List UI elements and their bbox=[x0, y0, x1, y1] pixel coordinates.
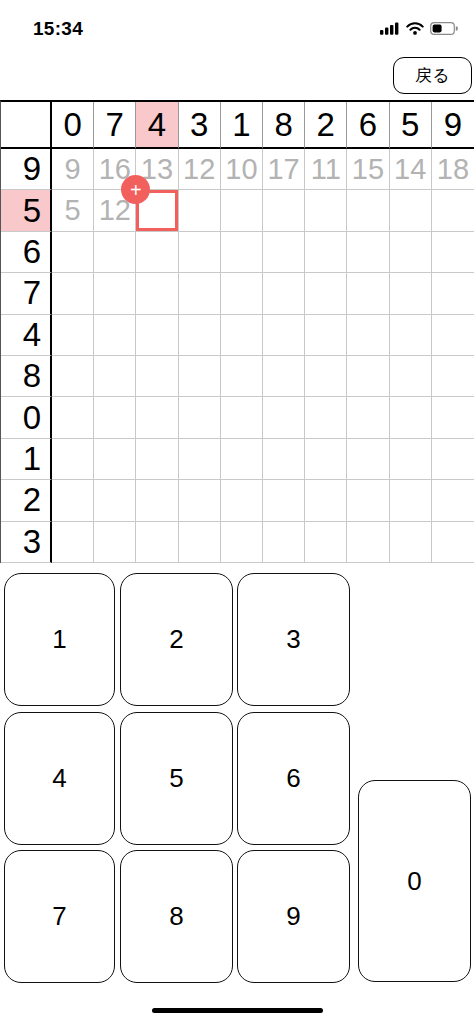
answer-cell-r4-c1[interactable] bbox=[221, 315, 263, 356]
keypad-label: 7 bbox=[52, 901, 66, 932]
answer-cell-r4-c6[interactable] bbox=[347, 315, 389, 356]
answer-cell-r3-c3[interactable] bbox=[179, 522, 221, 563]
row-header-6: 6 bbox=[1, 232, 52, 273]
answer-cell-r1-c8[interactable] bbox=[263, 439, 305, 480]
answer-cell-r3-c9[interactable] bbox=[432, 522, 474, 563]
answer-cell-r8-c9[interactable] bbox=[432, 356, 474, 397]
answer-cell-r2-c9[interactable] bbox=[432, 480, 474, 521]
keypad-button-7[interactable]: 7 bbox=[4, 850, 115, 983]
answer-cell-r0-c2[interactable] bbox=[305, 397, 347, 438]
answer-cell-r6-c6[interactable] bbox=[347, 232, 389, 273]
back-button-label: 戻る bbox=[415, 64, 449, 87]
answer-cell-r6-c3[interactable] bbox=[179, 232, 221, 273]
clock-text: 15:34 bbox=[33, 18, 83, 40]
answer-cell-r3-c7[interactable] bbox=[94, 522, 136, 563]
answer-cell-r4-c8[interactable] bbox=[263, 315, 305, 356]
grid-corner-cell bbox=[1, 102, 52, 149]
hundred-square-grid: 0743182659991613121017111514185512+67480… bbox=[0, 100, 474, 563]
row-header-9: 9 bbox=[1, 149, 52, 190]
answer-cell-r1-c7[interactable] bbox=[94, 439, 136, 480]
answer-cell-r0-c0[interactable] bbox=[52, 397, 94, 438]
col-header-2: 2 bbox=[305, 102, 347, 149]
answer-cell-r4-c9[interactable] bbox=[432, 315, 474, 356]
keypad-button-3[interactable]: 3 bbox=[237, 573, 350, 706]
answer-cell-r7-c5[interactable] bbox=[390, 273, 432, 314]
plus-operation-badge: + bbox=[121, 175, 150, 204]
answer-cell-r1-c5[interactable] bbox=[390, 439, 432, 480]
answer-cell-r0-c6[interactable] bbox=[347, 397, 389, 438]
answer-cell-r3-c6[interactable] bbox=[347, 522, 389, 563]
keypad-button-1[interactable]: 1 bbox=[4, 573, 115, 706]
answer-cell-r5-c2[interactable] bbox=[305, 190, 347, 231]
keypad-label: 6 bbox=[286, 763, 300, 794]
answer-cell-r8-c5[interactable] bbox=[390, 356, 432, 397]
keypad-label: 1 bbox=[52, 624, 66, 655]
answer-cell-r2-c2[interactable] bbox=[305, 480, 347, 521]
keypad-label: 4 bbox=[52, 763, 66, 794]
keypad-button-0[interactable]: 0 bbox=[358, 780, 471, 982]
keypad-label: 0 bbox=[407, 866, 421, 897]
col-header-0: 0 bbox=[52, 102, 94, 149]
keypad-label: 3 bbox=[286, 624, 300, 655]
answer-cell-r9-c9[interactable]: 18 bbox=[432, 149, 474, 190]
answer-cell-r7-c9[interactable] bbox=[432, 273, 474, 314]
answer-cell-r2-c5[interactable] bbox=[390, 480, 432, 521]
answer-cell-r0-c1[interactable] bbox=[221, 397, 263, 438]
col-header-8: 8 bbox=[263, 102, 305, 149]
keypad-button-5[interactable]: 5 bbox=[120, 712, 233, 845]
home-indicator[interactable] bbox=[152, 1008, 323, 1013]
row-header-0: 0 bbox=[1, 397, 52, 438]
keypad-button-8[interactable]: 8 bbox=[120, 850, 233, 983]
col-header-9: 9 bbox=[432, 102, 474, 149]
keypad-label: 2 bbox=[169, 624, 183, 655]
answer-cell-r7-c3[interactable] bbox=[179, 273, 221, 314]
answer-cell-r1-c0[interactable] bbox=[52, 439, 94, 480]
answer-cell-r7-c6[interactable] bbox=[347, 273, 389, 314]
answer-cell-r3-c8[interactable] bbox=[263, 522, 305, 563]
answer-cell-r5-c5[interactable] bbox=[390, 190, 432, 231]
answer-cell-r9-c6[interactable]: 15 bbox=[347, 149, 389, 190]
keypad-label: 8 bbox=[169, 901, 183, 932]
answer-cell-r2-c8[interactable] bbox=[263, 480, 305, 521]
answer-cell-r7-c7[interactable] bbox=[94, 273, 136, 314]
row-header-4: 4 bbox=[1, 315, 52, 356]
answer-cell-r8-c4[interactable] bbox=[136, 356, 178, 397]
answer-cell-r2-c3[interactable] bbox=[179, 480, 221, 521]
keypad-button-9[interactable]: 9 bbox=[237, 850, 350, 983]
keypad-label: 5 bbox=[169, 763, 183, 794]
answer-cell-r7-c4[interactable] bbox=[136, 273, 178, 314]
answer-cell-r9-c8[interactable]: 17 bbox=[263, 149, 305, 190]
col-header-5: 5 bbox=[390, 102, 432, 149]
answer-cell-r3-c1[interactable] bbox=[221, 522, 263, 563]
row-header-7: 7 bbox=[1, 273, 52, 314]
answer-cell-r3-c0[interactable] bbox=[52, 522, 94, 563]
answer-cell-r2-c1[interactable] bbox=[221, 480, 263, 521]
answer-cell-r2-c7[interactable] bbox=[94, 480, 136, 521]
answer-cell-r1-c6[interactable] bbox=[347, 439, 389, 480]
keypad-label: 9 bbox=[286, 901, 300, 932]
answer-cell-r0-c9[interactable] bbox=[432, 397, 474, 438]
answer-cell-r5-c1[interactable] bbox=[221, 190, 263, 231]
answer-cell-r3-c2[interactable] bbox=[305, 522, 347, 563]
answer-cell-r7-c1[interactable] bbox=[221, 273, 263, 314]
row-header-2: 2 bbox=[1, 480, 52, 521]
answer-cell-r6-c7[interactable] bbox=[94, 232, 136, 273]
answer-cell-r9-c5[interactable]: 14 bbox=[390, 149, 432, 190]
col-header-4: 4 bbox=[136, 102, 178, 149]
answer-cell-r3-c4[interactable] bbox=[136, 522, 178, 563]
answer-cell-r0-c4[interactable] bbox=[136, 397, 178, 438]
answer-cell-r7-c2[interactable] bbox=[305, 273, 347, 314]
app-screen: { "game": "hyakumasu-keisan (100-square … bbox=[0, 0, 474, 1024]
answer-cell-r0-c5[interactable] bbox=[390, 397, 432, 438]
answer-cell-r0-c8[interactable] bbox=[263, 397, 305, 438]
battery-icon bbox=[430, 21, 458, 39]
col-header-7: 7 bbox=[94, 102, 136, 149]
answer-cell-r5-c8[interactable] bbox=[263, 190, 305, 231]
answer-cell-r8-c8[interactable] bbox=[263, 356, 305, 397]
col-header-6: 6 bbox=[347, 102, 389, 149]
answer-cell-r4-c2[interactable] bbox=[305, 315, 347, 356]
answer-cell-r9-c3[interactable]: 12 bbox=[179, 149, 221, 190]
keypad-button-2[interactable]: 2 bbox=[120, 573, 233, 706]
answer-cell-r1-c2[interactable] bbox=[305, 439, 347, 480]
answer-cell-r9-c1[interactable]: 10 bbox=[221, 149, 263, 190]
answer-cell-r9-c2[interactable]: 11 bbox=[305, 149, 347, 190]
answer-cell-r5-c9[interactable] bbox=[432, 190, 474, 231]
keypad-button-6[interactable]: 6 bbox=[237, 712, 350, 845]
cellular-signal-icon bbox=[380, 21, 400, 39]
answer-cell-r1-c3[interactable] bbox=[179, 439, 221, 480]
answer-cell-r4-c0[interactable] bbox=[52, 315, 94, 356]
answer-cell-r4-c5[interactable] bbox=[390, 315, 432, 356]
answer-cell-r6-c1[interactable] bbox=[221, 232, 263, 273]
answer-cell-r1-c4[interactable] bbox=[136, 439, 178, 480]
answer-cell-r8-c3[interactable] bbox=[179, 356, 221, 397]
answer-cell-r4-c7[interactable] bbox=[94, 315, 136, 356]
answer-cell-r4-c4[interactable] bbox=[136, 315, 178, 356]
back-button[interactable]: 戻る bbox=[393, 57, 472, 94]
answer-cell-r6-c2[interactable] bbox=[305, 232, 347, 273]
answer-cell-r0-c3[interactable] bbox=[179, 397, 221, 438]
answer-cell-r5-c0[interactable]: 5 bbox=[52, 190, 94, 231]
answer-cell-r8-c1[interactable] bbox=[221, 356, 263, 397]
answer-cell-r0-c7[interactable] bbox=[94, 397, 136, 438]
answer-cell-r2-c0[interactable] bbox=[52, 480, 94, 521]
answer-cell-r3-c5[interactable] bbox=[390, 522, 432, 563]
answer-cell-r7-c8[interactable] bbox=[263, 273, 305, 314]
row-header-5: 5 bbox=[1, 190, 52, 231]
answer-cell-r8-c2[interactable] bbox=[305, 356, 347, 397]
answer-cell-r4-c3[interactable] bbox=[179, 315, 221, 356]
answer-cell-r8-c6[interactable] bbox=[347, 356, 389, 397]
wifi-icon bbox=[406, 21, 424, 39]
col-header-3: 3 bbox=[179, 102, 221, 149]
col-header-1: 1 bbox=[221, 102, 263, 149]
row-header-3: 3 bbox=[1, 522, 52, 563]
answer-cell-r5-c3[interactable] bbox=[179, 190, 221, 231]
answer-cell-r6-c0[interactable] bbox=[52, 232, 94, 273]
row-header-8: 8 bbox=[1, 356, 52, 397]
answer-cell-r2-c4[interactable] bbox=[136, 480, 178, 521]
answer-cell-r5-c6[interactable] bbox=[347, 190, 389, 231]
answer-cell-r9-c0[interactable]: 9 bbox=[52, 149, 94, 190]
answer-cell-r8-c7[interactable] bbox=[94, 356, 136, 397]
answer-cell-r6-c9[interactable] bbox=[432, 232, 474, 273]
row-header-1: 1 bbox=[1, 439, 52, 480]
status-bar: 15:34 bbox=[0, 0, 474, 50]
answer-cell-r6-c8[interactable] bbox=[263, 232, 305, 273]
keypad-button-4[interactable]: 4 bbox=[4, 712, 115, 845]
answer-cell-r7-c0[interactable] bbox=[52, 273, 94, 314]
answer-cell-r1-c1[interactable] bbox=[221, 439, 263, 480]
status-icons bbox=[380, 21, 458, 39]
answer-cell-r8-c0[interactable] bbox=[52, 356, 94, 397]
active-answer-cell[interactable]: + bbox=[136, 190, 178, 231]
answer-cell-r6-c5[interactable] bbox=[390, 232, 432, 273]
answer-cell-r6-c4[interactable] bbox=[136, 232, 178, 273]
answer-cell-r1-c9[interactable] bbox=[432, 439, 474, 480]
answer-cell-r2-c6[interactable] bbox=[347, 480, 389, 521]
